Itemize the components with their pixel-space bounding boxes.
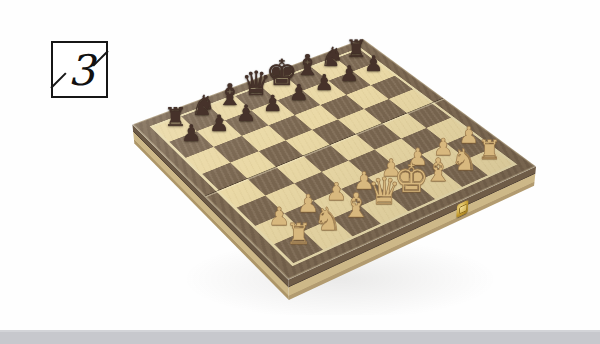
product-photo-scene: ♜♞♝♛♚♝♞♜♟♟♟♟♟♟♟♟♟♟♟♟♟♟♟♟♜♞♝♛♚♝♞♜ [0,0,600,344]
board-inner-border [150,47,517,266]
board-grid [154,49,513,263]
brass-clasp [457,200,469,218]
floor-band [0,330,600,344]
